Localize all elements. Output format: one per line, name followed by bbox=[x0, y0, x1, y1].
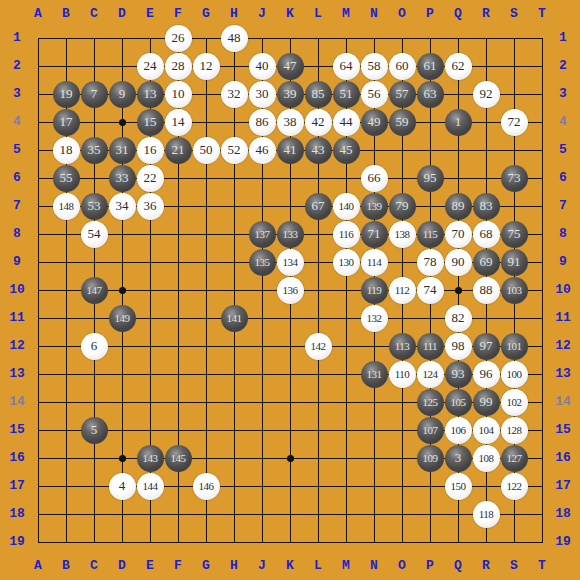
right-row-label-7[interactable]: 7 bbox=[549, 196, 577, 216]
left-row-label-5[interactable]: 5 bbox=[3, 140, 31, 160]
white-stone-P13: 124 bbox=[417, 361, 444, 388]
white-stone-R13: 96 bbox=[473, 361, 500, 388]
left-row-label-4[interactable]: 4 bbox=[3, 112, 31, 132]
move-number: 115 bbox=[423, 228, 438, 240]
black-stone-P15: 107 bbox=[417, 417, 444, 444]
white-stone-J2: 40 bbox=[249, 53, 276, 80]
white-stone-G17: 146 bbox=[193, 473, 220, 500]
white-stone-R3: 92 bbox=[473, 81, 500, 108]
move-number: 83 bbox=[480, 198, 493, 214]
move-number: 15 bbox=[144, 114, 157, 130]
black-stone-L7: 67 bbox=[305, 193, 332, 220]
black-stone-D3: 9 bbox=[109, 81, 136, 108]
move-number: 39 bbox=[284, 86, 297, 102]
move-number: 132 bbox=[367, 312, 382, 324]
move-number: 36 bbox=[144, 198, 157, 214]
right-row-label-12[interactable]: 12 bbox=[549, 336, 577, 356]
move-number: 145 bbox=[171, 452, 186, 464]
white-stone-S14: 102 bbox=[501, 389, 528, 416]
top-col-label-L[interactable]: L bbox=[304, 4, 332, 24]
right-row-label-1[interactable]: 1 bbox=[549, 28, 577, 48]
move-number: 32 bbox=[228, 86, 241, 102]
move-number: 19 bbox=[60, 86, 73, 102]
white-stone-Q12: 98 bbox=[445, 333, 472, 360]
white-stone-Q15: 106 bbox=[445, 417, 472, 444]
right-row-label-5[interactable]: 5 bbox=[549, 140, 577, 160]
move-number: 24 bbox=[144, 58, 157, 74]
black-stone-K2: 47 bbox=[277, 53, 304, 80]
move-number: 4 bbox=[119, 478, 126, 494]
bottom-col-label-F[interactable]: F bbox=[164, 556, 192, 576]
right-row-label-8[interactable]: 8 bbox=[549, 224, 577, 244]
move-number: 35 bbox=[88, 142, 101, 158]
white-stone-H1: 48 bbox=[221, 25, 248, 52]
black-stone-C7: 53 bbox=[81, 193, 108, 220]
black-stone-J8: 137 bbox=[249, 221, 276, 248]
move-number: 41 bbox=[284, 142, 297, 158]
move-number: 14 bbox=[172, 114, 185, 130]
move-number: 101 bbox=[507, 340, 522, 352]
move-number: 149 bbox=[115, 312, 130, 324]
move-number: 107 bbox=[423, 424, 438, 436]
top-col-label-N[interactable]: N bbox=[360, 4, 388, 24]
move-number: 78 bbox=[424, 254, 437, 270]
move-number: 12 bbox=[200, 58, 213, 74]
black-stone-D6: 33 bbox=[109, 165, 136, 192]
move-number: 109 bbox=[423, 452, 438, 464]
black-stone-K3: 39 bbox=[277, 81, 304, 108]
move-number: 28 bbox=[172, 58, 185, 74]
move-number: 138 bbox=[395, 228, 410, 240]
right-row-label-11[interactable]: 11 bbox=[549, 308, 577, 328]
move-number: 64 bbox=[340, 58, 353, 74]
white-stone-O8: 138 bbox=[389, 221, 416, 248]
white-stone-P10: 74 bbox=[417, 277, 444, 304]
white-stone-D17: 4 bbox=[109, 473, 136, 500]
white-stone-H3: 32 bbox=[221, 81, 248, 108]
move-number: 148 bbox=[59, 200, 74, 212]
bottom-col-label-J[interactable]: J bbox=[248, 556, 276, 576]
top-col-label-J[interactable]: J bbox=[248, 4, 276, 24]
bottom-col-label-D[interactable]: D bbox=[108, 556, 136, 576]
black-stone-O4: 59 bbox=[389, 109, 416, 136]
move-number: 73 bbox=[508, 170, 521, 186]
move-number: 31 bbox=[116, 142, 129, 158]
black-stone-B3: 19 bbox=[53, 81, 80, 108]
move-number: 38 bbox=[284, 114, 297, 130]
bottom-col-label-L[interactable]: L bbox=[304, 556, 332, 576]
move-number: 97 bbox=[480, 338, 493, 354]
left-row-label-8[interactable]: 8 bbox=[3, 224, 31, 244]
white-stone-G2: 12 bbox=[193, 53, 220, 80]
right-row-label-2[interactable]: 2 bbox=[549, 56, 577, 76]
bottom-col-label-S[interactable]: S bbox=[500, 556, 528, 576]
move-number: 74 bbox=[424, 282, 437, 298]
bottom-col-label-A[interactable]: A bbox=[24, 556, 52, 576]
move-number: 139 bbox=[367, 200, 382, 212]
black-stone-S8: 75 bbox=[501, 221, 528, 248]
move-number: 53 bbox=[88, 198, 101, 214]
move-number: 61 bbox=[424, 58, 437, 74]
left-row-label-7[interactable]: 7 bbox=[3, 196, 31, 216]
white-stone-K10: 136 bbox=[277, 277, 304, 304]
bottom-col-label-O[interactable]: O bbox=[388, 556, 416, 576]
white-stone-E17: 144 bbox=[137, 473, 164, 500]
black-stone-K5: 41 bbox=[277, 137, 304, 164]
move-number: 118 bbox=[479, 508, 494, 520]
top-col-label-S[interactable]: S bbox=[500, 4, 528, 24]
black-stone-M3: 51 bbox=[333, 81, 360, 108]
move-number: 1 bbox=[455, 114, 462, 130]
move-number: 30 bbox=[256, 86, 269, 102]
move-number: 134 bbox=[283, 256, 298, 268]
move-number: 125 bbox=[423, 396, 438, 408]
black-stone-P3: 63 bbox=[417, 81, 444, 108]
black-stone-K8: 133 bbox=[277, 221, 304, 248]
black-stone-P6: 95 bbox=[417, 165, 444, 192]
top-col-label-R[interactable]: R bbox=[472, 4, 500, 24]
move-number: 67 bbox=[312, 198, 325, 214]
move-number: 46 bbox=[256, 142, 269, 158]
white-stone-M2: 64 bbox=[333, 53, 360, 80]
move-number: 122 bbox=[507, 480, 522, 492]
move-number: 68 bbox=[480, 226, 493, 242]
right-row-label-10[interactable]: 10 bbox=[549, 280, 577, 300]
bottom-col-label-P[interactable]: P bbox=[416, 556, 444, 576]
move-number: 51 bbox=[340, 86, 353, 102]
move-number: 136 bbox=[283, 284, 298, 296]
move-number: 69 bbox=[480, 254, 493, 270]
bottom-col-label-M[interactable]: M bbox=[332, 556, 360, 576]
left-row-label-13[interactable]: 13 bbox=[3, 364, 31, 384]
move-number: 105 bbox=[451, 396, 466, 408]
move-number: 71 bbox=[368, 226, 381, 242]
black-stone-C10: 147 bbox=[81, 277, 108, 304]
right-row-label-13[interactable]: 13 bbox=[549, 364, 577, 384]
left-row-label-10[interactable]: 10 bbox=[3, 280, 31, 300]
move-number: 99 bbox=[480, 394, 493, 410]
move-number: 79 bbox=[396, 198, 409, 214]
right-row-label-14[interactable]: 14 bbox=[549, 392, 577, 412]
move-number: 47 bbox=[284, 58, 297, 74]
white-stone-P9: 78 bbox=[417, 249, 444, 276]
black-stone-N8: 71 bbox=[361, 221, 388, 248]
black-stone-E16: 143 bbox=[137, 445, 164, 472]
move-number: 44 bbox=[340, 114, 353, 130]
black-stone-S16: 127 bbox=[501, 445, 528, 472]
black-stone-B4: 17 bbox=[53, 109, 80, 136]
move-number: 18 bbox=[60, 142, 73, 158]
top-col-label-E[interactable]: E bbox=[136, 4, 164, 24]
move-number: 141 bbox=[227, 312, 242, 324]
left-row-label-14[interactable]: 14 bbox=[3, 392, 31, 412]
white-stone-O2: 60 bbox=[389, 53, 416, 80]
move-number: 55 bbox=[60, 170, 73, 186]
move-number: 143 bbox=[143, 452, 158, 464]
move-number: 82 bbox=[452, 310, 465, 326]
top-col-label-Q[interactable]: Q bbox=[444, 4, 472, 24]
white-stone-S4: 72 bbox=[501, 109, 528, 136]
white-stone-Q9: 90 bbox=[445, 249, 472, 276]
white-stone-S15: 128 bbox=[501, 417, 528, 444]
black-stone-N13: 131 bbox=[361, 361, 388, 388]
white-stone-B7: 148 bbox=[53, 193, 80, 220]
black-stone-F16: 145 bbox=[165, 445, 192, 472]
move-number: 60 bbox=[396, 58, 409, 74]
white-stone-C12: 6 bbox=[81, 333, 108, 360]
bottom-col-label-B[interactable]: B bbox=[52, 556, 80, 576]
black-stone-E4: 15 bbox=[137, 109, 164, 136]
black-stone-P14: 125 bbox=[417, 389, 444, 416]
move-number: 127 bbox=[507, 452, 522, 464]
white-stone-O10: 112 bbox=[389, 277, 416, 304]
black-stone-R9: 69 bbox=[473, 249, 500, 276]
black-stone-J9: 135 bbox=[249, 249, 276, 276]
move-number: 45 bbox=[340, 142, 353, 158]
move-number: 90 bbox=[452, 254, 465, 270]
move-number: 103 bbox=[507, 284, 522, 296]
move-number: 48 bbox=[228, 30, 241, 46]
move-number: 106 bbox=[451, 424, 466, 436]
right-row-label-3[interactable]: 3 bbox=[549, 84, 577, 104]
left-row-label-17[interactable]: 17 bbox=[3, 476, 31, 496]
right-row-label-17[interactable]: 17 bbox=[549, 476, 577, 496]
star-point-D4 bbox=[119, 119, 126, 126]
left-row-label-1[interactable]: 1 bbox=[3, 28, 31, 48]
white-stone-K4: 38 bbox=[277, 109, 304, 136]
move-number: 43 bbox=[312, 142, 325, 158]
move-number: 16 bbox=[144, 142, 157, 158]
move-number: 42 bbox=[312, 114, 325, 130]
bottom-col-label-C[interactable]: C bbox=[80, 556, 108, 576]
move-number: 88 bbox=[480, 282, 493, 298]
move-number: 17 bbox=[60, 114, 73, 130]
left-row-label-3[interactable]: 3 bbox=[3, 84, 31, 104]
move-number: 57 bbox=[396, 86, 409, 102]
move-number: 63 bbox=[424, 86, 437, 102]
right-row-label-9[interactable]: 9 bbox=[549, 252, 577, 272]
bottom-col-label-R[interactable]: R bbox=[472, 556, 500, 576]
top-col-label-K[interactable]: K bbox=[276, 4, 304, 24]
black-stone-O3: 57 bbox=[389, 81, 416, 108]
move-number: 112 bbox=[395, 284, 410, 296]
black-stone-D11: 149 bbox=[109, 305, 136, 332]
white-stone-L12: 142 bbox=[305, 333, 332, 360]
move-number: 130 bbox=[339, 256, 354, 268]
white-stone-N9: 114 bbox=[361, 249, 388, 276]
move-number: 114 bbox=[367, 256, 382, 268]
move-number: 13 bbox=[144, 86, 157, 102]
top-col-label-B[interactable]: B bbox=[52, 4, 80, 24]
top-col-label-H[interactable]: H bbox=[220, 4, 248, 24]
right-row-label-15[interactable]: 15 bbox=[549, 420, 577, 440]
move-number: 92 bbox=[480, 86, 493, 102]
move-number: 111 bbox=[423, 340, 437, 352]
black-stone-P16: 109 bbox=[417, 445, 444, 472]
top-col-label-A[interactable]: A bbox=[24, 4, 52, 24]
white-stone-B5: 18 bbox=[53, 137, 80, 164]
left-row-label-2[interactable]: 2 bbox=[3, 56, 31, 76]
white-stone-R18: 118 bbox=[473, 501, 500, 528]
move-number: 3 bbox=[455, 450, 462, 466]
move-number: 26 bbox=[172, 30, 185, 46]
top-col-label-D[interactable]: D bbox=[108, 4, 136, 24]
white-stone-J5: 46 bbox=[249, 137, 276, 164]
move-number: 75 bbox=[508, 226, 521, 242]
white-stone-L4: 42 bbox=[305, 109, 332, 136]
left-row-label-12[interactable]: 12 bbox=[3, 336, 31, 356]
move-number: 56 bbox=[368, 86, 381, 102]
left-row-label-19[interactable]: 19 bbox=[3, 532, 31, 552]
black-stone-L5: 43 bbox=[305, 137, 332, 164]
left-row-label-18[interactable]: 18 bbox=[3, 504, 31, 524]
move-number: 7 bbox=[91, 86, 98, 102]
right-row-label-19[interactable]: 19 bbox=[549, 532, 577, 552]
move-number: 146 bbox=[199, 480, 214, 492]
left-row-label-9[interactable]: 9 bbox=[3, 252, 31, 272]
white-stone-S13: 100 bbox=[501, 361, 528, 388]
move-number: 102 bbox=[507, 396, 522, 408]
bottom-col-label-E[interactable]: E bbox=[136, 556, 164, 576]
move-number: 52 bbox=[228, 142, 241, 158]
move-number: 144 bbox=[143, 480, 158, 492]
move-number: 128 bbox=[507, 424, 522, 436]
move-number: 116 bbox=[339, 228, 354, 240]
white-stone-F3: 10 bbox=[165, 81, 192, 108]
black-stone-Q14: 105 bbox=[445, 389, 472, 416]
left-row-label-15[interactable]: 15 bbox=[3, 420, 31, 440]
black-stone-Q16: 3 bbox=[445, 445, 472, 472]
black-stone-D5: 31 bbox=[109, 137, 136, 164]
bottom-col-label-G[interactable]: G bbox=[192, 556, 220, 576]
move-number: 9 bbox=[119, 86, 126, 102]
move-number: 86 bbox=[256, 114, 269, 130]
move-number: 22 bbox=[144, 170, 157, 186]
white-stone-M8: 116 bbox=[333, 221, 360, 248]
move-number: 131 bbox=[367, 368, 382, 380]
black-stone-P8: 115 bbox=[417, 221, 444, 248]
go-board: AABBCCDDEEFFGGHHJJKKLLMMNNOOPPQQRRSSTT11… bbox=[0, 0, 580, 580]
move-number: 85 bbox=[312, 86, 325, 102]
top-col-label-M[interactable]: M bbox=[332, 4, 360, 24]
move-number: 58 bbox=[368, 58, 381, 74]
top-col-label-F[interactable]: F bbox=[164, 4, 192, 24]
white-stone-R15: 104 bbox=[473, 417, 500, 444]
black-stone-N4: 49 bbox=[361, 109, 388, 136]
right-row-label-18[interactable]: 18 bbox=[549, 504, 577, 524]
white-stone-G5: 50 bbox=[193, 137, 220, 164]
black-stone-P12: 111 bbox=[417, 333, 444, 360]
bottom-col-label-K[interactable]: K bbox=[276, 556, 304, 576]
move-number: 70 bbox=[452, 226, 465, 242]
top-col-label-C[interactable]: C bbox=[80, 4, 108, 24]
black-stone-R7: 83 bbox=[473, 193, 500, 220]
move-number: 89 bbox=[452, 198, 465, 214]
move-number: 54 bbox=[88, 226, 101, 242]
move-number: 113 bbox=[395, 340, 410, 352]
black-stone-H11: 141 bbox=[221, 305, 248, 332]
black-stone-O12: 113 bbox=[389, 333, 416, 360]
left-row-label-6[interactable]: 6 bbox=[3, 168, 31, 188]
move-number: 98 bbox=[452, 338, 465, 354]
bottom-col-label-H[interactable]: H bbox=[220, 556, 248, 576]
move-number: 108 bbox=[479, 452, 494, 464]
move-number: 5 bbox=[91, 422, 98, 438]
white-stone-J3: 30 bbox=[249, 81, 276, 108]
black-stone-C5: 35 bbox=[81, 137, 108, 164]
white-stone-N11: 132 bbox=[361, 305, 388, 332]
white-stone-O13: 110 bbox=[389, 361, 416, 388]
white-stone-N6: 66 bbox=[361, 165, 388, 192]
star-point-D10 bbox=[119, 287, 126, 294]
black-stone-N7: 139 bbox=[361, 193, 388, 220]
move-number: 135 bbox=[255, 256, 270, 268]
black-stone-B6: 55 bbox=[53, 165, 80, 192]
white-stone-R8: 68 bbox=[473, 221, 500, 248]
left-row-label-11[interactable]: 11 bbox=[3, 308, 31, 328]
black-stone-S12: 101 bbox=[501, 333, 528, 360]
move-number: 72 bbox=[508, 114, 521, 130]
move-number: 50 bbox=[200, 142, 213, 158]
move-number: 137 bbox=[255, 228, 270, 240]
move-number: 21 bbox=[172, 142, 185, 158]
move-number: 95 bbox=[424, 170, 437, 186]
white-stone-N3: 56 bbox=[361, 81, 388, 108]
move-number: 96 bbox=[480, 366, 493, 382]
bottom-col-label-N[interactable]: N bbox=[360, 556, 388, 576]
move-number: 10 bbox=[172, 86, 185, 102]
move-number: 33 bbox=[116, 170, 129, 186]
white-stone-J4: 86 bbox=[249, 109, 276, 136]
top-col-label-O[interactable]: O bbox=[388, 4, 416, 24]
move-number: 133 bbox=[283, 228, 298, 240]
white-stone-E6: 22 bbox=[137, 165, 164, 192]
star-point-K16 bbox=[287, 455, 294, 462]
bottom-col-label-Q[interactable]: Q bbox=[444, 556, 472, 576]
move-number: 124 bbox=[423, 368, 438, 380]
white-stone-H5: 52 bbox=[221, 137, 248, 164]
black-stone-Q13: 93 bbox=[445, 361, 472, 388]
white-stone-E2: 24 bbox=[137, 53, 164, 80]
move-number: 142 bbox=[311, 340, 326, 352]
black-stone-N10: 119 bbox=[361, 277, 388, 304]
move-number: 150 bbox=[451, 480, 466, 492]
top-col-label-T[interactable]: T bbox=[528, 4, 556, 24]
white-stone-M4: 44 bbox=[333, 109, 360, 136]
black-stone-L3: 85 bbox=[305, 81, 332, 108]
right-row-label-16[interactable]: 16 bbox=[549, 448, 577, 468]
right-row-label-4[interactable]: 4 bbox=[549, 112, 577, 132]
top-col-label-G[interactable]: G bbox=[192, 4, 220, 24]
right-row-label-6[interactable]: 6 bbox=[549, 168, 577, 188]
left-row-label-16[interactable]: 16 bbox=[3, 448, 31, 468]
white-stone-R16: 108 bbox=[473, 445, 500, 472]
star-point-Q10 bbox=[455, 287, 462, 294]
top-col-label-P[interactable]: P bbox=[416, 4, 444, 24]
black-stone-E3: 13 bbox=[137, 81, 164, 108]
bottom-col-label-T[interactable]: T bbox=[528, 556, 556, 576]
move-number: 59 bbox=[396, 114, 409, 130]
move-number: 100 bbox=[507, 368, 522, 380]
white-stone-Q17: 150 bbox=[445, 473, 472, 500]
black-stone-R12: 97 bbox=[473, 333, 500, 360]
white-stone-N2: 58 bbox=[361, 53, 388, 80]
white-stone-M9: 130 bbox=[333, 249, 360, 276]
black-stone-F5: 21 bbox=[165, 137, 192, 164]
white-stone-Q2: 62 bbox=[445, 53, 472, 80]
white-stone-C8: 54 bbox=[81, 221, 108, 248]
black-stone-C15: 5 bbox=[81, 417, 108, 444]
